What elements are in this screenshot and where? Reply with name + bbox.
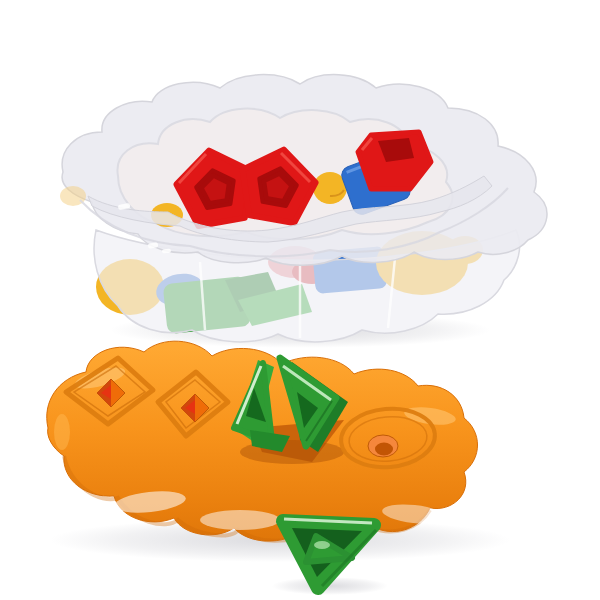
product-photo-canvas — [0, 0, 600, 600]
circle-hole-depth — [375, 443, 393, 456]
shape-sorter-photo — [0, 0, 600, 600]
flipped-triangle-bump-gloss — [314, 541, 330, 549]
